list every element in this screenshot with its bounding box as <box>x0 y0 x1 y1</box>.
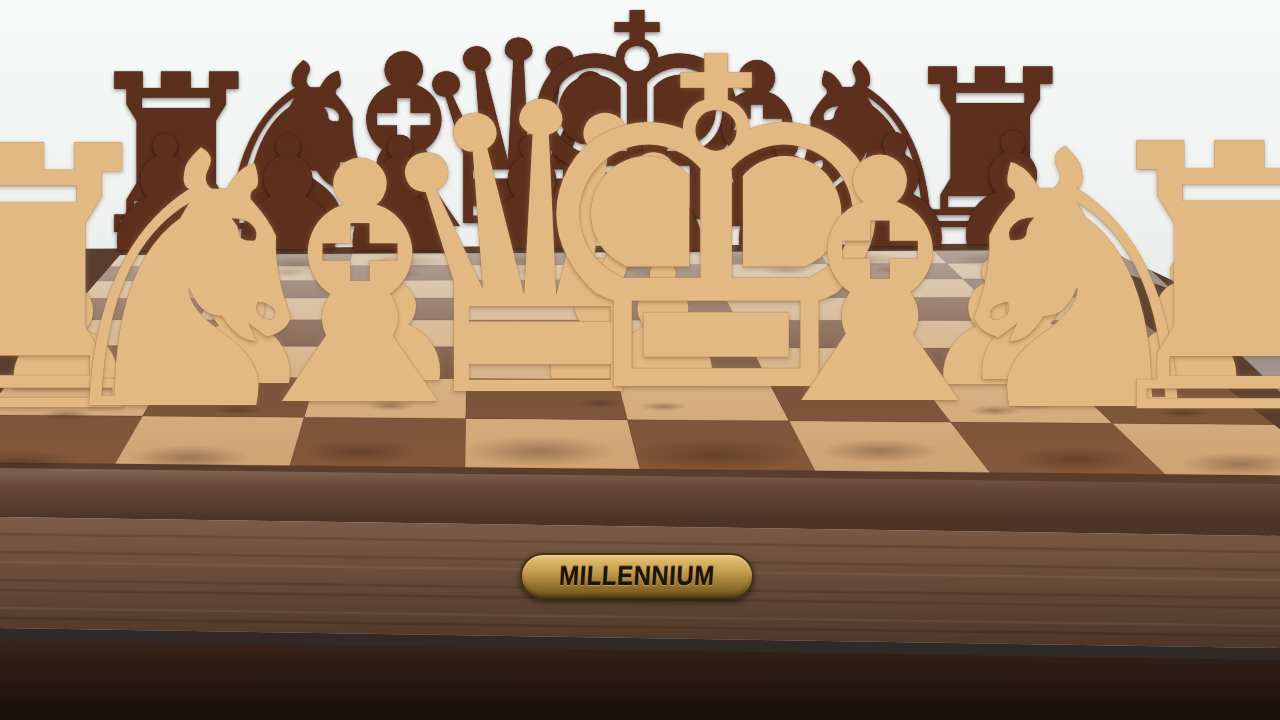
piece-white-rook-h1: ♜ <box>1075 98 1280 465</box>
scene: ♜♞♝♛♚♝♞♜♟♟♟♟♟♟♟♟♟♟♟♟♟♟♟♟♜♞♝♛♚♝♞♜ MILLENN… <box>0 0 1280 720</box>
brand-nameplate: MILLENNIUM <box>520 553 754 599</box>
pieces-layer: ♜♞♝♛♚♝♞♜♟♟♟♟♟♟♟♟♟♟♟♟♟♟♟♟♜♞♝♛♚♝♞♜ <box>0 0 1280 720</box>
brand-text: MILLENNIUM <box>558 560 716 591</box>
